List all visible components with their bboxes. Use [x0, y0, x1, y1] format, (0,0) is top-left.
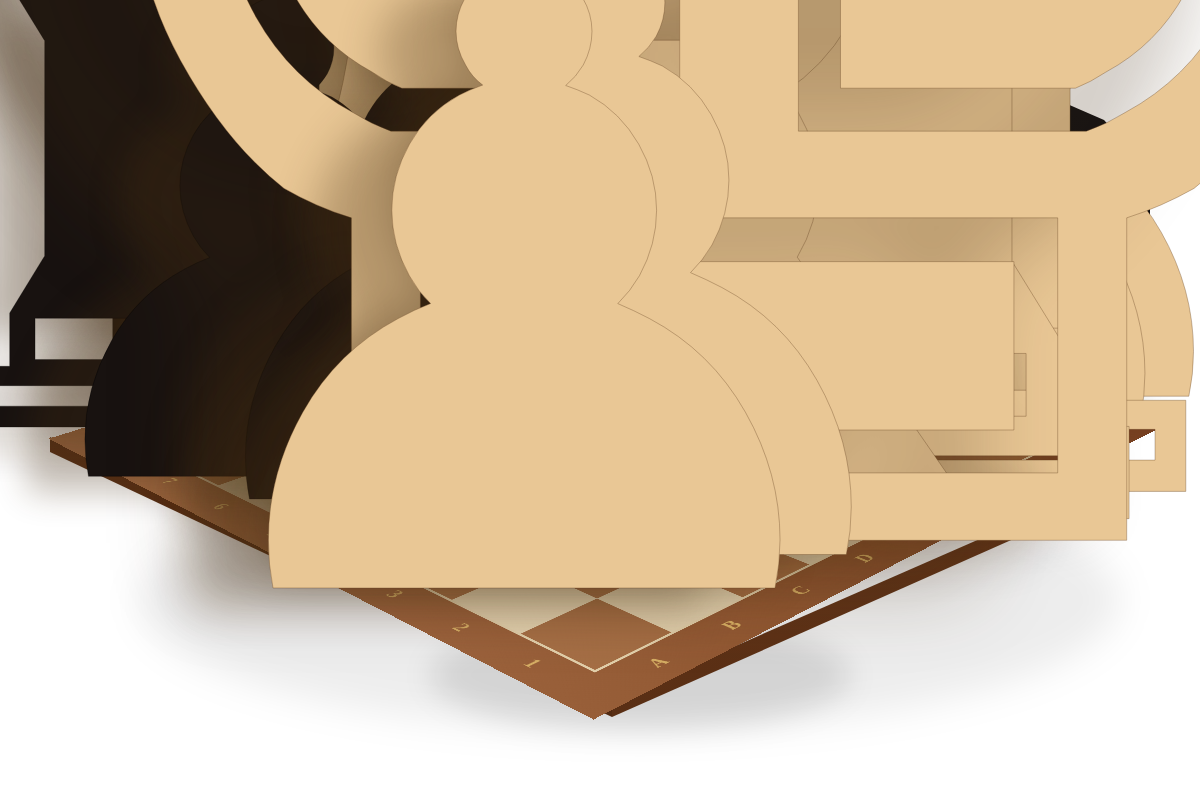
piece-white-pawn-a2[interactable]: ♟	[142, 0, 908, 719]
pieces-layer: ♜♛♚♜♝♞♝♟♟♟♟♞♞♝♟♞♟♛♟♟♝♟♟♚♜♜♟♛♛♟	[0, 0, 1200, 797]
product-photo-scene: THE HOUSE OF STAUNTON ® ♞ AA88BB77CC66DD…	[0, 0, 1200, 797]
